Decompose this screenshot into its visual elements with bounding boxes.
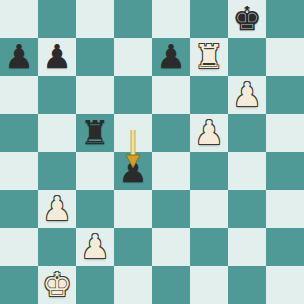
square-a5[interactable] bbox=[0, 114, 38, 152]
square-c8[interactable] bbox=[76, 0, 114, 38]
square-d1[interactable] bbox=[114, 266, 152, 304]
square-h1[interactable] bbox=[266, 266, 304, 304]
square-c4[interactable] bbox=[76, 152, 114, 190]
square-h6[interactable] bbox=[266, 76, 304, 114]
square-g3[interactable] bbox=[228, 190, 266, 228]
square-b3[interactable]: ♟ bbox=[38, 190, 76, 228]
square-b4[interactable] bbox=[38, 152, 76, 190]
square-f3[interactable] bbox=[190, 190, 228, 228]
square-e4[interactable] bbox=[152, 152, 190, 190]
piece-white-pawn[interactable]: ♟ bbox=[42, 192, 72, 225]
square-a8[interactable] bbox=[0, 0, 38, 38]
square-c7[interactable] bbox=[76, 38, 114, 76]
square-e1[interactable] bbox=[152, 266, 190, 304]
square-g2[interactable] bbox=[228, 228, 266, 266]
square-e2[interactable] bbox=[152, 228, 190, 266]
piece-black-pawn[interactable]: ♟ bbox=[118, 154, 148, 187]
square-e6[interactable] bbox=[152, 76, 190, 114]
square-e8[interactable] bbox=[152, 0, 190, 38]
square-d7[interactable] bbox=[114, 38, 152, 76]
square-d5[interactable] bbox=[114, 114, 152, 152]
square-g6[interactable]: ♟ bbox=[228, 76, 266, 114]
square-d4[interactable]: ♟ bbox=[114, 152, 152, 190]
square-d2[interactable] bbox=[114, 228, 152, 266]
piece-white-pawn[interactable]: ♟ bbox=[194, 116, 224, 149]
square-c2[interactable]: ♟ bbox=[76, 228, 114, 266]
square-f4[interactable] bbox=[190, 152, 228, 190]
piece-white-pawn[interactable]: ♟ bbox=[232, 78, 262, 111]
square-b5[interactable] bbox=[38, 114, 76, 152]
square-b1[interactable]: ♚ bbox=[38, 266, 76, 304]
square-h3[interactable] bbox=[266, 190, 304, 228]
board-squares: ♚♟♟♟♜♟♜♟♟♟♟♚ bbox=[0, 0, 304, 304]
square-h2[interactable] bbox=[266, 228, 304, 266]
square-h7[interactable] bbox=[266, 38, 304, 76]
piece-white-pawn[interactable]: ♟ bbox=[80, 230, 110, 263]
square-c1[interactable] bbox=[76, 266, 114, 304]
square-f2[interactable] bbox=[190, 228, 228, 266]
square-f5[interactable]: ♟ bbox=[190, 114, 228, 152]
square-f6[interactable] bbox=[190, 76, 228, 114]
square-h5[interactable] bbox=[266, 114, 304, 152]
square-d8[interactable] bbox=[114, 0, 152, 38]
square-d3[interactable] bbox=[114, 190, 152, 228]
chess-board: ♚♟♟♟♜♟♜♟♟♟♟♚ bbox=[0, 0, 304, 304]
square-b2[interactable] bbox=[38, 228, 76, 266]
square-d6[interactable] bbox=[114, 76, 152, 114]
square-b8[interactable] bbox=[38, 0, 76, 38]
square-e5[interactable] bbox=[152, 114, 190, 152]
square-g4[interactable] bbox=[228, 152, 266, 190]
square-a1[interactable] bbox=[0, 266, 38, 304]
square-g1[interactable] bbox=[228, 266, 266, 304]
square-c6[interactable] bbox=[76, 76, 114, 114]
square-a3[interactable] bbox=[0, 190, 38, 228]
piece-black-pawn[interactable]: ♟ bbox=[42, 40, 72, 73]
square-f1[interactable] bbox=[190, 266, 228, 304]
piece-black-pawn[interactable]: ♟ bbox=[4, 40, 34, 73]
square-g7[interactable] bbox=[228, 38, 266, 76]
square-h8[interactable] bbox=[266, 0, 304, 38]
square-a4[interactable] bbox=[0, 152, 38, 190]
square-e3[interactable] bbox=[152, 190, 190, 228]
square-e7[interactable]: ♟ bbox=[152, 38, 190, 76]
square-c3[interactable] bbox=[76, 190, 114, 228]
square-a7[interactable]: ♟ bbox=[0, 38, 38, 76]
piece-black-rook[interactable]: ♜ bbox=[80, 116, 110, 149]
square-f7[interactable]: ♜ bbox=[190, 38, 228, 76]
square-a2[interactable] bbox=[0, 228, 38, 266]
square-c5[interactable]: ♜ bbox=[76, 114, 114, 152]
square-b6[interactable] bbox=[38, 76, 76, 114]
piece-white-rook[interactable]: ♜ bbox=[194, 40, 224, 73]
square-h4[interactable] bbox=[266, 152, 304, 190]
piece-white-king[interactable]: ♚ bbox=[42, 268, 72, 301]
square-f8[interactable] bbox=[190, 0, 228, 38]
square-b7[interactable]: ♟ bbox=[38, 38, 76, 76]
square-g5[interactable] bbox=[228, 114, 266, 152]
piece-black-pawn[interactable]: ♟ bbox=[156, 40, 186, 73]
square-g8[interactable]: ♚ bbox=[228, 0, 266, 38]
piece-black-king[interactable]: ♚ bbox=[232, 2, 262, 35]
square-a6[interactable] bbox=[0, 76, 38, 114]
